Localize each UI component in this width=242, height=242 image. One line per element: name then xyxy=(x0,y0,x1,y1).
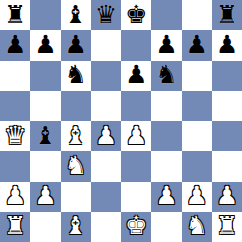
piece-black-pawn[interactable]: ♟ xyxy=(4,32,26,57)
square-h3[interactable] xyxy=(212,151,242,181)
piece-black-bishop[interactable]: ♝ xyxy=(34,123,56,148)
square-f8[interactable] xyxy=(151,0,181,30)
square-c8[interactable]: ♝ xyxy=(61,0,91,30)
square-d5[interactable] xyxy=(91,91,121,121)
square-a5[interactable] xyxy=(0,91,30,121)
square-b1[interactable] xyxy=(30,212,60,242)
square-f2[interactable]: ♟ xyxy=(151,182,181,212)
square-c7[interactable]: ♟ xyxy=(61,30,91,60)
piece-black-knight[interactable]: ♞ xyxy=(155,62,177,87)
square-e6[interactable]: ♟ xyxy=(121,61,151,91)
piece-black-bishop[interactable]: ♝ xyxy=(64,2,86,27)
square-g3[interactable] xyxy=(182,151,212,181)
square-f3[interactable] xyxy=(151,151,181,181)
piece-white-queen[interactable]: ♛ xyxy=(4,123,26,148)
square-c5[interactable] xyxy=(61,91,91,121)
square-b7[interactable]: ♟ xyxy=(30,30,60,60)
square-b4[interactable]: ♝ xyxy=(30,121,60,151)
square-g7[interactable]: ♟ xyxy=(182,30,212,60)
square-a3[interactable] xyxy=(0,151,30,181)
piece-white-rook[interactable]: ♜ xyxy=(216,213,238,238)
square-c1[interactable]: ♝ xyxy=(61,212,91,242)
square-f5[interactable] xyxy=(151,91,181,121)
piece-white-knight[interactable]: ♞ xyxy=(185,213,207,238)
piece-black-queen[interactable]: ♛ xyxy=(95,2,117,27)
square-g5[interactable] xyxy=(182,91,212,121)
square-d2[interactable] xyxy=(91,182,121,212)
square-b5[interactable] xyxy=(30,91,60,121)
square-b3[interactable] xyxy=(30,151,60,181)
chess-board: ♜♝♛♚♜♟♟♟♟♟♟♞♟♞♛♝♝♟♟♞♟♟♟♟♟♜♝♚♞♜ xyxy=(0,0,242,242)
square-b8[interactable] xyxy=(30,0,60,30)
piece-black-pawn[interactable]: ♟ xyxy=(155,32,177,57)
square-f6[interactable]: ♞ xyxy=(151,61,181,91)
square-e5[interactable] xyxy=(121,91,151,121)
piece-black-pawn[interactable]: ♟ xyxy=(64,32,86,57)
square-d3[interactable] xyxy=(91,151,121,181)
square-h2[interactable]: ♟ xyxy=(212,182,242,212)
square-g2[interactable]: ♟ xyxy=(182,182,212,212)
piece-white-rook[interactable]: ♜ xyxy=(4,213,26,238)
square-e2[interactable] xyxy=(121,182,151,212)
square-e1[interactable]: ♚ xyxy=(121,212,151,242)
square-b6[interactable] xyxy=(30,61,60,91)
square-a4[interactable]: ♛ xyxy=(0,121,30,151)
square-f1[interactable] xyxy=(151,212,181,242)
piece-black-pawn[interactable]: ♟ xyxy=(34,32,56,57)
square-a2[interactable]: ♟ xyxy=(0,182,30,212)
square-h1[interactable]: ♜ xyxy=(212,212,242,242)
piece-black-pawn[interactable]: ♟ xyxy=(216,32,238,57)
square-f4[interactable] xyxy=(151,121,181,151)
square-a8[interactable]: ♜ xyxy=(0,0,30,30)
piece-white-pawn[interactable]: ♟ xyxy=(155,183,177,208)
piece-black-knight[interactable]: ♞ xyxy=(64,62,86,87)
square-d1[interactable] xyxy=(91,212,121,242)
square-g4[interactable] xyxy=(182,121,212,151)
square-c6[interactable]: ♞ xyxy=(61,61,91,91)
piece-white-pawn[interactable]: ♟ xyxy=(34,183,56,208)
square-a7[interactable]: ♟ xyxy=(0,30,30,60)
piece-black-rook[interactable]: ♜ xyxy=(4,2,26,27)
square-e3[interactable] xyxy=(121,151,151,181)
square-e4[interactable]: ♟ xyxy=(121,121,151,151)
square-c4[interactable]: ♝ xyxy=(61,121,91,151)
square-f7[interactable]: ♟ xyxy=(151,30,181,60)
square-d4[interactable]: ♟ xyxy=(91,121,121,151)
square-e7[interactable] xyxy=(121,30,151,60)
square-d8[interactable]: ♛ xyxy=(91,0,121,30)
square-g6[interactable] xyxy=(182,61,212,91)
piece-white-bishop[interactable]: ♝ xyxy=(64,213,86,238)
piece-white-knight[interactable]: ♞ xyxy=(64,153,86,178)
square-h6[interactable] xyxy=(212,61,242,91)
piece-white-pawn[interactable]: ♟ xyxy=(125,123,147,148)
square-g1[interactable]: ♞ xyxy=(182,212,212,242)
square-b2[interactable]: ♟ xyxy=(30,182,60,212)
square-g8[interactable] xyxy=(182,0,212,30)
chess-board-container: ♜♝♛♚♜♟♟♟♟♟♟♞♟♞♛♝♝♟♟♞♟♟♟♟♟♜♝♚♞♜ xyxy=(0,0,242,242)
piece-white-pawn[interactable]: ♟ xyxy=(4,183,26,208)
piece-white-bishop[interactable]: ♝ xyxy=(64,123,86,148)
piece-black-pawn[interactable]: ♟ xyxy=(125,62,147,87)
square-h4[interactable] xyxy=(212,121,242,151)
square-d7[interactable] xyxy=(91,30,121,60)
square-c2[interactable] xyxy=(61,182,91,212)
piece-white-pawn[interactable]: ♟ xyxy=(216,183,238,208)
square-d6[interactable] xyxy=(91,61,121,91)
piece-white-king[interactable]: ♚ xyxy=(125,213,147,238)
square-e8[interactable]: ♚ xyxy=(121,0,151,30)
piece-white-pawn[interactable]: ♟ xyxy=(185,183,207,208)
square-h7[interactable]: ♟ xyxy=(212,30,242,60)
piece-black-pawn[interactable]: ♟ xyxy=(185,32,207,57)
piece-black-king[interactable]: ♚ xyxy=(125,2,147,27)
square-h5[interactable] xyxy=(212,91,242,121)
square-c3[interactable]: ♞ xyxy=(61,151,91,181)
piece-black-rook[interactable]: ♜ xyxy=(216,2,238,27)
piece-white-pawn[interactable]: ♟ xyxy=(95,123,117,148)
square-a1[interactable]: ♜ xyxy=(0,212,30,242)
square-h8[interactable]: ♜ xyxy=(212,0,242,30)
square-a6[interactable] xyxy=(0,61,30,91)
